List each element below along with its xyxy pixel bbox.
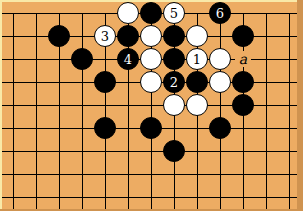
black-stone xyxy=(163,140,185,162)
grid-line-vertical xyxy=(13,13,14,211)
white-stone-move-3: 3 xyxy=(94,25,116,47)
black-stone xyxy=(94,117,116,139)
black-stone xyxy=(232,25,254,47)
white-stone-move-5: 5 xyxy=(163,2,185,24)
grid-line-horizontal xyxy=(2,197,297,198)
white-stone xyxy=(186,94,208,116)
grid-line-vertical xyxy=(266,13,267,211)
point-label-a: a xyxy=(235,51,251,67)
grid-line-vertical xyxy=(82,13,83,211)
white-stone xyxy=(209,48,231,70)
grid-line-horizontal xyxy=(2,151,297,152)
black-stone xyxy=(140,117,162,139)
black-stone-move-2: 2 xyxy=(163,71,185,93)
black-stone xyxy=(209,117,231,139)
board-edge-highlight-top xyxy=(0,0,303,2)
grid-line-vertical xyxy=(36,13,37,211)
black-stone xyxy=(163,48,185,70)
white-stone-move-1: 1 xyxy=(186,48,208,70)
white-stone xyxy=(140,48,162,70)
black-stone xyxy=(117,25,139,47)
white-stone xyxy=(140,25,162,47)
black-stone-move-4: 4 xyxy=(117,48,139,70)
black-stone xyxy=(232,71,254,93)
black-stone xyxy=(186,71,208,93)
black-stone xyxy=(71,48,93,70)
black-stone-move-6: 6 xyxy=(209,2,231,24)
grid-line-vertical xyxy=(289,13,290,211)
grid-line-horizontal xyxy=(2,174,297,175)
white-stone xyxy=(186,25,208,47)
board-edge-highlight-left xyxy=(0,0,2,211)
grid-line-vertical xyxy=(220,13,221,211)
white-stone xyxy=(140,71,162,93)
white-stone xyxy=(209,71,231,93)
black-stone xyxy=(48,25,70,47)
black-stone xyxy=(94,71,116,93)
go-board: a 563412 xyxy=(0,0,303,211)
board-edge-shadow-right xyxy=(297,0,303,211)
black-stone xyxy=(140,2,162,24)
black-stone xyxy=(232,94,254,116)
black-stone xyxy=(163,25,185,47)
white-stone xyxy=(117,2,139,24)
board-edge-shadow-bottom xyxy=(0,209,303,211)
white-stone xyxy=(163,94,185,116)
